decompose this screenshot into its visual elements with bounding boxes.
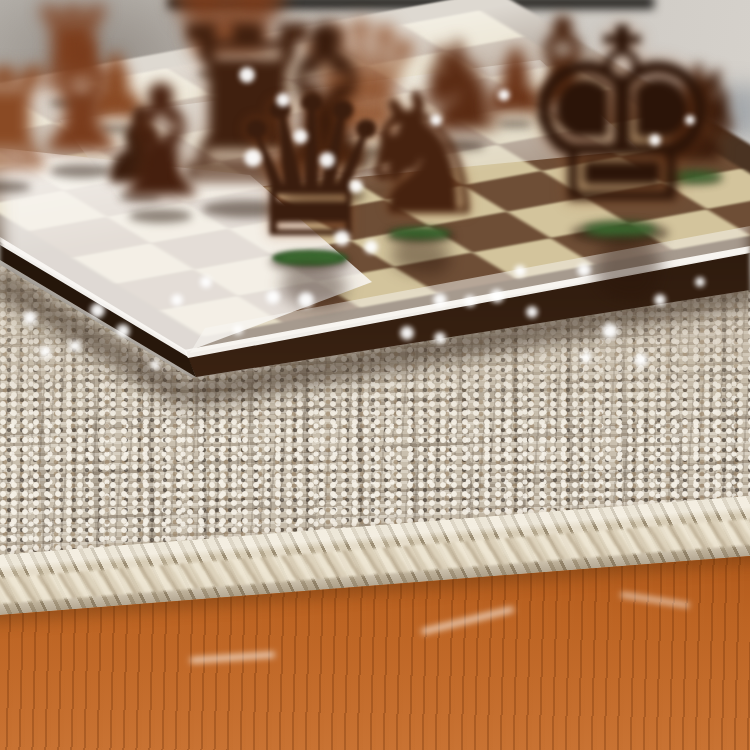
- bokeh-highlight: [244, 149, 262, 167]
- bokeh-highlight: [490, 289, 504, 303]
- bokeh-highlight: [514, 265, 526, 277]
- bokeh-highlight: [349, 179, 363, 193]
- bokeh-highlight: [293, 129, 308, 144]
- bokeh-highlight: [266, 290, 280, 304]
- bokeh-highlight: [233, 325, 243, 335]
- bokeh-highlight: [434, 332, 446, 344]
- bokeh-highlight: [498, 89, 510, 101]
- bokeh-highlight: [602, 323, 618, 339]
- bokeh-highlight: [695, 277, 705, 287]
- bokeh-highlight: [23, 311, 37, 325]
- bokeh-highlight: [364, 240, 378, 254]
- bokeh-highlight: [298, 292, 314, 308]
- photo-chess-set-on-rug: ♜♚♟♜♝♛♞♟♝♟♝♜♝♞♛♞♚: [0, 0, 750, 750]
- bokeh-highlight: [526, 306, 538, 318]
- bokeh-highlight: [654, 294, 666, 306]
- bokeh-highlight: [464, 295, 476, 307]
- bokeh-highlight: [319, 152, 335, 168]
- bokeh-highlight: [334, 230, 350, 246]
- bokeh-highlight: [116, 324, 130, 338]
- bokeh-highlight: [200, 276, 212, 288]
- bokeh-highlight: [90, 303, 105, 318]
- bokeh-highlight: [430, 114, 442, 126]
- bokeh-highlight: [400, 326, 414, 340]
- bokeh-highlight: [171, 294, 183, 306]
- bokeh-highlight: [69, 340, 81, 352]
- bokeh-highlight: [577, 263, 591, 277]
- bokeh-highlight: [276, 93, 290, 107]
- piece-layer: ♜♚♟♜♝♛♞♟♝♟♝♜♝♞♛♞♚: [0, 0, 750, 750]
- bokeh-highlight: [685, 115, 695, 125]
- bokeh-highlight: [634, 353, 648, 367]
- bokeh-highlight: [239, 67, 255, 83]
- bokeh-highlight: [649, 134, 661, 146]
- bokeh-highlight: [39, 346, 51, 358]
- bokeh-highlight: [433, 293, 447, 307]
- bokeh-highlight: [580, 351, 592, 363]
- bokeh-highlight: [150, 360, 160, 370]
- piece-dark-knight-d2: ♞: [346, 71, 495, 236]
